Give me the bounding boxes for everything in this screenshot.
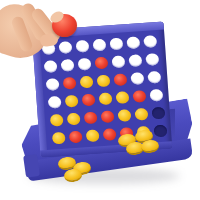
yellow-disc xyxy=(64,95,78,108)
thumb xyxy=(39,33,59,48)
empty-hole xyxy=(149,89,163,102)
yellow-disc xyxy=(96,74,110,87)
red-disc xyxy=(113,73,127,86)
yellow-disc xyxy=(117,109,131,122)
empty-hole xyxy=(92,39,106,52)
yellow-disc xyxy=(50,114,64,127)
empty-hole xyxy=(48,96,62,109)
empty-hole xyxy=(145,53,159,66)
cell-r2c5 xyxy=(109,52,128,71)
cell-r6c2 xyxy=(66,127,85,146)
cell-r6c7 xyxy=(151,121,170,140)
yellow-disc xyxy=(52,132,66,145)
empty-hole xyxy=(143,35,157,48)
yellow-disc xyxy=(67,113,81,126)
cell-r4c7 xyxy=(147,86,166,105)
cell-r4c4 xyxy=(96,89,115,108)
cell-r3c4 xyxy=(94,71,113,90)
yellow-disc xyxy=(134,108,148,121)
empty-hole xyxy=(126,36,140,49)
empty-hole xyxy=(153,125,167,138)
cell-r2c7 xyxy=(143,50,162,69)
empty-hole xyxy=(130,72,144,85)
cell-r1c6 xyxy=(124,33,143,52)
cell-r2c6 xyxy=(126,51,145,70)
empty-hole xyxy=(147,71,161,84)
red-disc xyxy=(83,111,97,124)
red-disc xyxy=(102,128,116,141)
red-disc xyxy=(81,94,95,107)
cell-r6c4 xyxy=(100,125,119,144)
cell-r3c7 xyxy=(145,68,164,87)
cell-r5c7 xyxy=(149,104,168,123)
red-disc xyxy=(94,57,108,70)
cell-r6c1 xyxy=(49,129,68,148)
red-disc xyxy=(69,131,83,144)
cell-r1c7 xyxy=(141,32,160,51)
cell-r5c1 xyxy=(47,111,66,130)
yellow-disc xyxy=(115,91,129,104)
red-disc xyxy=(132,90,146,103)
cell-r5c4 xyxy=(98,107,117,126)
empty-hole xyxy=(111,55,125,68)
cell-r4c5 xyxy=(113,88,132,107)
cell-r2c4 xyxy=(92,53,111,72)
cell-r5c6 xyxy=(132,105,151,124)
cell-r5c2 xyxy=(64,110,83,129)
cell-r3c5 xyxy=(111,70,130,89)
yellow-disc xyxy=(86,129,100,142)
hand xyxy=(0,0,87,85)
cell-r5c5 xyxy=(115,106,134,125)
tray-left-lip xyxy=(23,154,40,178)
cell-r6c3 xyxy=(83,126,102,145)
empty-hole xyxy=(109,37,123,50)
cell-r3c6 xyxy=(128,69,147,88)
cell-r4c1 xyxy=(45,93,64,112)
yellow-disc xyxy=(98,92,112,105)
cell-r5c3 xyxy=(81,108,100,127)
cell-r4c6 xyxy=(130,87,149,106)
empty-hole xyxy=(128,54,142,67)
cell-r4c2 xyxy=(62,92,81,111)
red-disc xyxy=(100,110,114,123)
cell-r1c4 xyxy=(90,36,109,55)
empty-hole xyxy=(151,107,165,120)
cell-r1c5 xyxy=(107,34,126,53)
cell-r4c3 xyxy=(79,90,98,109)
connect-four-photo xyxy=(0,0,200,200)
